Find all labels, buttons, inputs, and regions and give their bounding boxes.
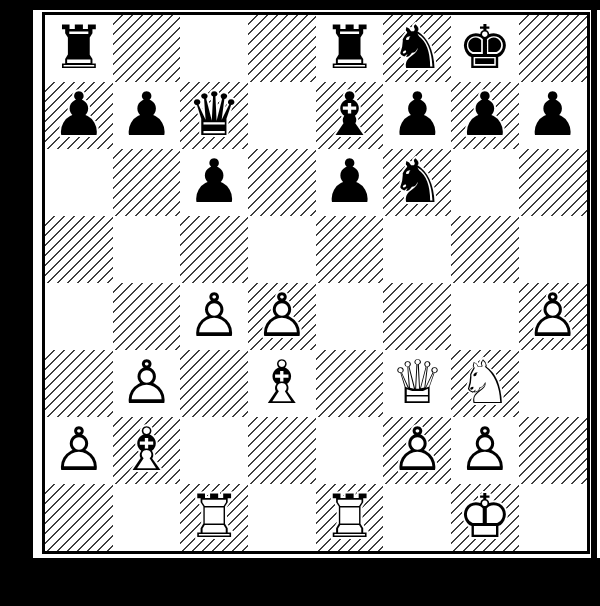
square-h7[interactable]: ♟♟: [519, 82, 587, 149]
black-bishop-glyph: ♝: [316, 84, 384, 144]
square-h4[interactable]: ♟♙: [519, 283, 587, 350]
white-bishop-piece: ♝♗: [113, 417, 181, 484]
square-h6[interactable]: [519, 149, 587, 216]
square-a6[interactable]: [45, 149, 113, 216]
piece-halo: ♟: [180, 285, 248, 345]
square-h3[interactable]: [519, 350, 587, 417]
black-pawn-piece: ♟♟: [316, 149, 384, 216]
square-f2[interactable]: ♟♙: [383, 417, 451, 484]
piece-halo: ♝: [113, 419, 181, 479]
piece-halo: ♜: [316, 17, 384, 77]
piece-halo: ♚: [451, 17, 519, 77]
black-rook-glyph: ♜: [45, 17, 113, 77]
square-d3[interactable]: ♝♗: [248, 350, 316, 417]
black-king-glyph: ♚: [451, 17, 519, 77]
square-h1[interactable]: [519, 484, 587, 551]
black-pawn-piece: ♟♟: [45, 82, 113, 149]
square-c3[interactable]: [180, 350, 248, 417]
piece-halo: ♝: [248, 352, 316, 412]
black-rook-piece: ♜♜: [316, 15, 384, 82]
piece-halo: ♟: [316, 151, 384, 211]
square-b5[interactable]: [113, 216, 181, 283]
piece-halo: ♟: [113, 84, 181, 144]
square-h2[interactable]: [519, 417, 587, 484]
piece-halo: ♟: [451, 419, 519, 479]
white-pawn-piece: ♟♙: [248, 283, 316, 350]
white-rook-glyph: ♖: [316, 486, 384, 546]
square-g3[interactable]: ♞♘: [451, 350, 519, 417]
square-b1[interactable]: [113, 484, 181, 551]
white-pawn-glyph: ♙: [519, 285, 587, 345]
black-rook-glyph: ♜: [316, 17, 384, 77]
black-queen-piece: ♛♛: [180, 82, 248, 149]
white-pawn-piece: ♟♙: [180, 283, 248, 350]
square-e3[interactable]: [316, 350, 384, 417]
black-pawn-glyph: ♟: [451, 84, 519, 144]
square-d1[interactable]: [248, 484, 316, 551]
chess-board: ♜♜♜♜♞♞♚♚♟♟♟♟♛♛♝♝♟♟♟♟♟♟♟♟♟♟♞♞♟♙♟♙♟♙♟♙♝♗♛♕…: [42, 12, 590, 554]
white-bishop-glyph: ♗: [248, 352, 316, 412]
white-bishop-glyph: ♗: [113, 419, 181, 479]
white-pawn-glyph: ♙: [180, 285, 248, 345]
square-f5[interactable]: [383, 216, 451, 283]
black-knight-glyph: ♞: [383, 17, 451, 77]
piece-halo: ♟: [248, 285, 316, 345]
piece-halo: ♛: [180, 84, 248, 144]
square-c6[interactable]: ♟♟: [180, 149, 248, 216]
square-b7[interactable]: ♟♟: [113, 82, 181, 149]
white-king-piece: ♚♔: [451, 484, 519, 551]
white-pawn-piece: ♟♙: [383, 417, 451, 484]
piece-halo: ♜: [45, 17, 113, 77]
white-bishop-piece: ♝♗: [248, 350, 316, 417]
square-f4[interactable]: [383, 283, 451, 350]
square-b6[interactable]: [113, 149, 181, 216]
black-rook-piece: ♜♜: [45, 15, 113, 82]
square-d5[interactable]: [248, 216, 316, 283]
square-f6[interactable]: ♞♞: [383, 149, 451, 216]
square-e6[interactable]: ♟♟: [316, 149, 384, 216]
piece-halo: ♞: [383, 17, 451, 77]
square-e5[interactable]: [316, 216, 384, 283]
piece-halo: ♛: [383, 352, 451, 412]
black-knight-piece: ♞♞: [383, 15, 451, 82]
square-g1[interactable]: ♚♔: [451, 484, 519, 551]
square-c2[interactable]: [180, 417, 248, 484]
square-e7[interactable]: ♝♝: [316, 82, 384, 149]
black-pawn-glyph: ♟: [316, 151, 384, 211]
square-f7[interactable]: ♟♟: [383, 82, 451, 149]
black-pawn-piece: ♟♟: [180, 149, 248, 216]
square-c7[interactable]: ♛♛: [180, 82, 248, 149]
black-pawn-piece: ♟♟: [113, 82, 181, 149]
white-queen-piece: ♛♕: [383, 350, 451, 417]
square-e8[interactable]: ♜♜: [316, 15, 384, 82]
square-g7[interactable]: ♟♟: [451, 82, 519, 149]
square-b2[interactable]: ♝♗: [113, 417, 181, 484]
black-pawn-glyph: ♟: [113, 84, 181, 144]
square-d7[interactable]: [248, 82, 316, 149]
white-pawn-glyph: ♙: [248, 285, 316, 345]
square-a2[interactable]: ♟♙: [45, 417, 113, 484]
white-knight-glyph: ♘: [451, 352, 519, 412]
piece-halo: ♞: [451, 352, 519, 412]
white-rook-piece: ♜♖: [180, 484, 248, 551]
white-pawn-glyph: ♙: [45, 419, 113, 479]
black-knight-glyph: ♞: [383, 151, 451, 211]
square-a3[interactable]: [45, 350, 113, 417]
white-pawn-glyph: ♙: [451, 419, 519, 479]
white-knight-piece: ♞♘: [451, 350, 519, 417]
black-pawn-glyph: ♟: [383, 84, 451, 144]
piece-halo: ♟: [45, 419, 113, 479]
piece-halo: ♝: [316, 84, 384, 144]
white-rook-glyph: ♖: [180, 486, 248, 546]
square-e2[interactable]: [316, 417, 384, 484]
square-f3[interactable]: ♛♕: [383, 350, 451, 417]
white-pawn-glyph: ♙: [383, 419, 451, 479]
piece-halo: ♜: [180, 486, 248, 546]
square-c4[interactable]: ♟♙: [180, 283, 248, 350]
black-knight-piece: ♞♞: [383, 149, 451, 216]
square-c8[interactable]: [180, 15, 248, 82]
piece-halo: ♟: [519, 84, 587, 144]
square-f8[interactable]: ♞♞: [383, 15, 451, 82]
square-d4[interactable]: ♟♙: [248, 283, 316, 350]
piece-halo: ♟: [45, 84, 113, 144]
square-g8[interactable]: ♚♚: [451, 15, 519, 82]
square-h5[interactable]: [519, 216, 587, 283]
square-a4[interactable]: [45, 283, 113, 350]
square-d6[interactable]: [248, 149, 316, 216]
piece-halo: ♜: [316, 486, 384, 546]
piece-halo: ♟: [383, 84, 451, 144]
square-c5[interactable]: [180, 216, 248, 283]
white-pawn-piece: ♟♙: [451, 417, 519, 484]
piece-halo: ♟: [383, 419, 451, 479]
black-pawn-glyph: ♟: [180, 151, 248, 211]
square-a1[interactable]: [45, 484, 113, 551]
piece-halo: ♞: [383, 151, 451, 211]
square-e1[interactable]: ♜♖: [316, 484, 384, 551]
black-pawn-glyph: ♟: [45, 84, 113, 144]
white-king-glyph: ♔: [451, 486, 519, 546]
square-f1[interactable]: [383, 484, 451, 551]
white-pawn-glyph: ♙: [113, 352, 181, 412]
white-queen-glyph: ♕: [383, 352, 451, 412]
diagram-outer-border: [591, 10, 597, 558]
square-b8[interactable]: [113, 15, 181, 82]
piece-halo: ♟: [113, 352, 181, 412]
square-e4[interactable]: [316, 283, 384, 350]
white-pawn-piece: ♟♙: [45, 417, 113, 484]
square-g5[interactable]: [451, 216, 519, 283]
black-bishop-piece: ♝♝: [316, 82, 384, 149]
black-pawn-piece: ♟♟: [451, 82, 519, 149]
square-g4[interactable]: [451, 283, 519, 350]
square-b4[interactable]: [113, 283, 181, 350]
black-pawn-piece: ♟♟: [383, 82, 451, 149]
square-d2[interactable]: [248, 417, 316, 484]
square-a5[interactable]: [45, 216, 113, 283]
square-g2[interactable]: ♟♙: [451, 417, 519, 484]
square-a8[interactable]: ♜♜: [45, 15, 113, 82]
piece-halo: ♟: [451, 84, 519, 144]
square-c1[interactable]: ♜♖: [180, 484, 248, 551]
piece-halo: ♚: [451, 486, 519, 546]
square-g6[interactable]: [451, 149, 519, 216]
square-d8[interactable]: [248, 15, 316, 82]
piece-halo: ♟: [519, 285, 587, 345]
black-pawn-glyph: ♟: [519, 84, 587, 144]
white-pawn-piece: ♟♙: [113, 350, 181, 417]
black-queen-glyph: ♛: [180, 84, 248, 144]
square-h8[interactable]: [519, 15, 587, 82]
black-pawn-piece: ♟♟: [519, 82, 587, 149]
chess-diagram: ♜♜♜♜♞♞♚♚♟♟♟♟♛♛♝♝♟♟♟♟♟♟♟♟♟♟♞♞♟♙♟♙♟♙♟♙♝♗♛♕…: [0, 0, 600, 606]
white-pawn-piece: ♟♙: [519, 283, 587, 350]
white-rook-piece: ♜♖: [316, 484, 384, 551]
square-a7[interactable]: ♟♟: [45, 82, 113, 149]
square-b3[interactable]: ♟♙: [113, 350, 181, 417]
black-king-piece: ♚♚: [451, 15, 519, 82]
piece-halo: ♟: [180, 151, 248, 211]
